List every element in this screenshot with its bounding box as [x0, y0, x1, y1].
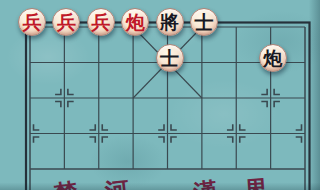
piece-black-advisor[interactable]: 士 — [156, 44, 184, 72]
pieces-layer: 兵兵兵炮將士士炮 — [0, 0, 320, 190]
piece-black-advisor[interactable]: 士 — [190, 8, 218, 36]
cannon-glyph: 炮 — [126, 8, 145, 36]
advisor-glyph: 士 — [160, 43, 179, 71]
piece-red-cannon[interactable]: 炮 — [121, 8, 149, 36]
soldier-glyph: 兵 — [91, 8, 110, 36]
general-glyph: 將 — [160, 8, 179, 36]
soldier-glyph: 兵 — [57, 8, 76, 36]
soldier-glyph: 兵 — [23, 8, 42, 36]
piece-red-soldier[interactable]: 兵 — [52, 8, 80, 36]
piece-red-soldier[interactable]: 兵 — [87, 8, 115, 36]
piece-black-general[interactable]: 將 — [156, 8, 184, 36]
piece-red-soldier[interactable]: 兵 — [18, 8, 46, 36]
xiangqi-board: 楚河漢界 兵兵兵炮將士士炮 — [0, 0, 320, 190]
cannon-glyph: 炮 — [263, 43, 282, 71]
piece-black-cannon[interactable]: 炮 — [259, 44, 287, 72]
advisor-glyph: 士 — [194, 8, 213, 36]
